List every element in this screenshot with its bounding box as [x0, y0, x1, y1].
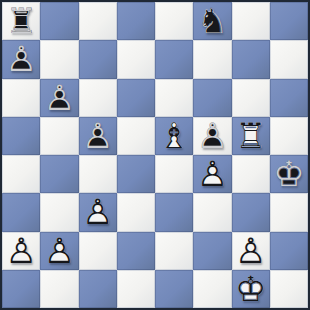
chess-board-container: ♜♖♞♘♟♙♟♙♟♙♝♗♟♙♜♖♟♙♚♔♟♙♟♙♟♙♟♙♚♔: [0, 0, 310, 310]
square-e4[interactable]: [155, 155, 193, 193]
piece-black-pawn-c5[interactable]: ♟♙: [79, 117, 117, 155]
piece-outline-glyph: ♖: [235, 118, 266, 153]
piece-outline-glyph: ♙: [197, 157, 228, 192]
square-a3[interactable]: [2, 193, 40, 231]
square-h3[interactable]: [270, 193, 308, 231]
square-f2[interactable]: [193, 232, 231, 270]
square-d1[interactable]: [117, 270, 155, 308]
piece-outline-glyph: ♙: [197, 118, 228, 153]
square-a5[interactable]: [2, 117, 40, 155]
square-a1[interactable]: [2, 270, 40, 308]
square-h7[interactable]: [270, 40, 308, 78]
square-a8[interactable]: ♜♖: [2, 2, 40, 40]
square-g6[interactable]: [232, 79, 270, 117]
piece-outline-glyph: ♙: [44, 80, 75, 115]
square-h5[interactable]: [270, 117, 308, 155]
square-b5[interactable]: [40, 117, 78, 155]
square-a2[interactable]: ♟♙: [2, 232, 40, 270]
piece-outline-glyph: ♙: [82, 118, 113, 153]
square-d7[interactable]: [117, 40, 155, 78]
square-h8[interactable]: [270, 2, 308, 40]
square-f3[interactable]: [193, 193, 231, 231]
piece-white-king-g1[interactable]: ♚♔: [232, 270, 270, 308]
square-c4[interactable]: [79, 155, 117, 193]
piece-black-rook-a8[interactable]: ♜♖: [2, 2, 40, 40]
piece-white-rook-g5[interactable]: ♜♖: [232, 117, 270, 155]
square-e1[interactable]: [155, 270, 193, 308]
piece-white-pawn-a2[interactable]: ♟♙: [2, 232, 40, 270]
square-e3[interactable]: [155, 193, 193, 231]
square-e2[interactable]: [155, 232, 193, 270]
square-g7[interactable]: [232, 40, 270, 78]
square-h1[interactable]: [270, 270, 308, 308]
square-a7[interactable]: ♟♙: [2, 40, 40, 78]
piece-black-pawn-a7[interactable]: ♟♙: [2, 40, 40, 78]
piece-black-pawn-f5[interactable]: ♟♙: [193, 117, 231, 155]
square-f6[interactable]: [193, 79, 231, 117]
piece-outline-glyph: ♙: [44, 233, 75, 268]
square-b6[interactable]: ♟♙: [40, 79, 78, 117]
square-f5[interactable]: ♟♙: [193, 117, 231, 155]
square-f8[interactable]: ♞♘: [193, 2, 231, 40]
square-d5[interactable]: [117, 117, 155, 155]
square-g3[interactable]: [232, 193, 270, 231]
piece-black-knight-f8[interactable]: ♞♘: [193, 2, 231, 40]
square-g2[interactable]: ♟♙: [232, 232, 270, 270]
square-c6[interactable]: [79, 79, 117, 117]
piece-outline-glyph: ♗: [158, 118, 189, 153]
square-b7[interactable]: [40, 40, 78, 78]
square-g5[interactable]: ♜♖: [232, 117, 270, 155]
square-d6[interactable]: [117, 79, 155, 117]
square-b3[interactable]: [40, 193, 78, 231]
chess-board: ♜♖♞♘♟♙♟♙♟♙♝♗♟♙♜♖♟♙♚♔♟♙♟♙♟♙♟♙♚♔: [0, 0, 310, 310]
piece-outline-glyph: ♔: [235, 271, 266, 306]
square-b8[interactable]: [40, 2, 78, 40]
square-d4[interactable]: [117, 155, 155, 193]
piece-black-king-h4[interactable]: ♚♔: [270, 155, 308, 193]
piece-outline-glyph: ♔: [273, 157, 304, 192]
square-g4[interactable]: [232, 155, 270, 193]
square-h6[interactable]: [270, 79, 308, 117]
piece-outline-glyph: ♙: [235, 233, 266, 268]
square-c5[interactable]: ♟♙: [79, 117, 117, 155]
square-e5[interactable]: ♝♗: [155, 117, 193, 155]
piece-white-pawn-f4[interactable]: ♟♙: [193, 155, 231, 193]
piece-white-pawn-c3[interactable]: ♟♙: [79, 193, 117, 231]
piece-outline-glyph: ♙: [5, 233, 36, 268]
piece-white-pawn-g2[interactable]: ♟♙: [232, 232, 270, 270]
square-f1[interactable]: [193, 270, 231, 308]
square-a6[interactable]: [2, 79, 40, 117]
square-f4[interactable]: ♟♙: [193, 155, 231, 193]
square-b1[interactable]: [40, 270, 78, 308]
piece-outline-glyph: ♙: [5, 42, 36, 77]
piece-white-bishop-e5[interactable]: ♝♗: [155, 117, 193, 155]
square-d3[interactable]: [117, 193, 155, 231]
square-f7[interactable]: [193, 40, 231, 78]
square-c7[interactable]: [79, 40, 117, 78]
square-c1[interactable]: [79, 270, 117, 308]
square-e8[interactable]: [155, 2, 193, 40]
piece-outline-glyph: ♘: [197, 4, 228, 39]
square-h2[interactable]: [270, 232, 308, 270]
piece-outline-glyph: ♖: [5, 4, 36, 39]
square-b2[interactable]: ♟♙: [40, 232, 78, 270]
piece-white-pawn-b2[interactable]: ♟♙: [40, 232, 78, 270]
square-h4[interactable]: ♚♔: [270, 155, 308, 193]
square-c2[interactable]: [79, 232, 117, 270]
square-c8[interactable]: [79, 2, 117, 40]
piece-outline-glyph: ♙: [82, 195, 113, 230]
square-g1[interactable]: ♚♔: [232, 270, 270, 308]
square-a4[interactable]: [2, 155, 40, 193]
square-b4[interactable]: [40, 155, 78, 193]
piece-black-pawn-b6[interactable]: ♟♙: [40, 79, 78, 117]
square-e6[interactable]: [155, 79, 193, 117]
square-d2[interactable]: [117, 232, 155, 270]
square-d8[interactable]: [117, 2, 155, 40]
square-e7[interactable]: [155, 40, 193, 78]
square-c3[interactable]: ♟♙: [79, 193, 117, 231]
square-g8[interactable]: [232, 2, 270, 40]
